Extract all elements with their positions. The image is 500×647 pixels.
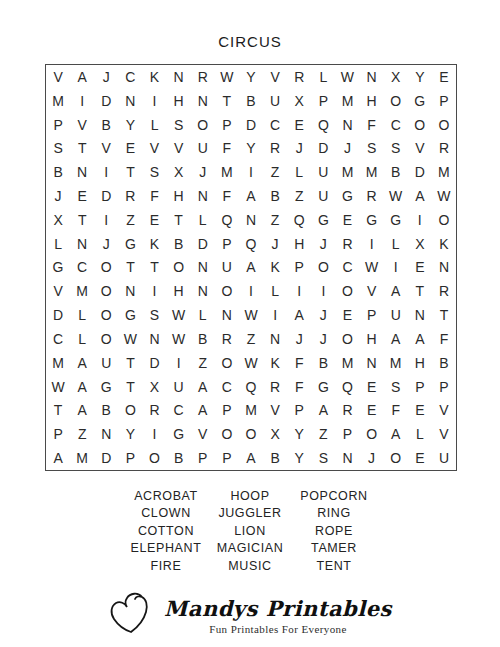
grid-cell-r7c10: Z (263, 208, 287, 232)
grid-cell-r8c13: R (335, 232, 359, 256)
grid-cell-r15c10: V (263, 399, 287, 423)
grid-cell-r8c7: D (191, 232, 215, 256)
grid-cell-r6c17: W (432, 184, 456, 208)
grid-cell-r11c17: T (432, 303, 456, 327)
grid-cell-r14c1: W (46, 375, 70, 399)
grid-cell-r8c14: I (360, 232, 384, 256)
grid-cell-r4c5: V (142, 136, 166, 160)
grid-cell-r14c2: A (70, 375, 94, 399)
grid-cell-r4c15: S (384, 136, 408, 160)
grid-cell-r11c13: E (335, 303, 359, 327)
grid-cell-r6c7: N (191, 184, 215, 208)
grid-cell-r7c2: T (70, 208, 94, 232)
grid-cell-r17c11: Y (287, 446, 311, 470)
word-list-item: HOOP (230, 488, 269, 505)
grid-cell-r11c4: G (118, 303, 142, 327)
grid-cell-r17c9: A (239, 446, 263, 470)
grid-cell-r2c9: B (239, 89, 263, 113)
grid-cell-r16c10: X (263, 422, 287, 446)
grid-cell-r4c1: S (46, 136, 70, 160)
grid-cell-r10c2: M (70, 279, 94, 303)
grid-cell-r13c16: H (408, 351, 432, 375)
grid-cell-r12c4: W (118, 327, 142, 351)
grid-cell-r16c17: V (432, 422, 456, 446)
grid-cell-r5c5: S (142, 160, 166, 184)
grid-cell-r2c11: X (287, 89, 311, 113)
grid-cell-r14c14: E (360, 375, 384, 399)
grid-cell-r3c6: S (167, 113, 191, 137)
grid-cell-r13c2: A (70, 351, 94, 375)
grid-cell-r5c9: I (239, 160, 263, 184)
grid-cell-r14c12: G (311, 375, 335, 399)
grid-cell-r7c9: N (239, 208, 263, 232)
grid-cell-r2c3: D (94, 89, 118, 113)
grid-cell-r17c15: O (384, 446, 408, 470)
grid-cell-r5c11: L (287, 160, 311, 184)
grid-cell-r1c1: V (46, 65, 70, 89)
grid-cell-r1c13: W (335, 65, 359, 89)
grid-cell-r2c4: N (118, 89, 142, 113)
grid-cell-r11c3: O (94, 303, 118, 327)
grid-cell-r6c5: F (142, 184, 166, 208)
grid-cell-r1c11: R (287, 65, 311, 89)
grid-cell-r6c10: B (263, 184, 287, 208)
grid-cell-r14c16: P (408, 375, 432, 399)
grid-cell-r15c7: A (191, 399, 215, 423)
grid-cell-r5c13: M (335, 160, 359, 184)
grid-cell-r17c13: N (335, 446, 359, 470)
grid-cell-r3c12: Q (311, 113, 335, 137)
grid-cell-r17c2: M (70, 446, 94, 470)
word-list-item: CLOWN (141, 505, 191, 522)
grid-cell-r8c17: K (432, 232, 456, 256)
grid-cell-r12c3: O (94, 327, 118, 351)
grid-cell-r4c14: S (360, 136, 384, 160)
grid-cell-r17c16: E (408, 446, 432, 470)
grid-cell-r12c11: J (287, 327, 311, 351)
grid-cell-r8c8: P (215, 232, 239, 256)
grid-cell-r13c17: B (432, 351, 456, 375)
grid-cell-r15c6: C (167, 399, 191, 423)
grid-cell-r6c16: A (408, 184, 432, 208)
grid-cell-r14c4: T (118, 375, 142, 399)
grid-cell-r10c3: O (94, 279, 118, 303)
grid-cell-r3c16: O (408, 113, 432, 137)
grid-cell-r7c17: O (432, 208, 456, 232)
grid-cell-r8c1: L (46, 232, 70, 256)
grid-cell-r14c17: P (432, 375, 456, 399)
grid-cell-r7c11: Q (287, 208, 311, 232)
grid-cell-r12c1: C (46, 327, 70, 351)
grid-cell-r2c17: P (432, 89, 456, 113)
grid-cell-r8c11: H (287, 232, 311, 256)
grid-cell-r6c12: U (311, 184, 335, 208)
grid-cell-r1c10: V (263, 65, 287, 89)
grid-cell-r9c11: P (287, 256, 311, 280)
grid-cell-r7c13: E (335, 208, 359, 232)
grid-cell-r5c3: I (94, 160, 118, 184)
grid-cell-r7c6: T (167, 208, 191, 232)
grid-cell-r13c4: T (118, 351, 142, 375)
grid-cell-r4c3: V (94, 136, 118, 160)
grid-cell-r11c2: L (70, 303, 94, 327)
grid-cell-r16c2: Z (70, 422, 94, 446)
grid-cell-r15c5: R (142, 399, 166, 423)
grid-cell-r9c9: A (239, 256, 263, 280)
grid-cell-r3c14: F (360, 113, 384, 137)
grid-cell-r9c10: K (263, 256, 287, 280)
grid-cell-r15c11: P (287, 399, 311, 423)
grid-cell-r2c6: H (167, 89, 191, 113)
grid-cell-r11c11: A (287, 303, 311, 327)
grid-cell-r8c15: L (384, 232, 408, 256)
word-list-item: ROPE (315, 523, 353, 540)
grid-cell-r15c9: M (239, 399, 263, 423)
grid-cell-r16c8: O (215, 422, 239, 446)
grid-cell-r6c14: R (360, 184, 384, 208)
grid-cell-r15c15: F (384, 399, 408, 423)
grid-cell-r12c12: J (311, 327, 335, 351)
grid-cell-r9c17: N (432, 256, 456, 280)
grid-cell-r13c6: I (167, 351, 191, 375)
word-list-item: TAMER (311, 540, 357, 557)
grid-cell-r14c15: S (384, 375, 408, 399)
grid-cell-r10c13: O (335, 279, 359, 303)
grid-cell-r4c9: Y (239, 136, 263, 160)
word-list-item: RING (317, 505, 351, 522)
grid-cell-r13c11: F (287, 351, 311, 375)
grid-cell-r3c2: V (70, 113, 94, 137)
grid-cell-r4c12: D (311, 136, 335, 160)
grid-cell-r11c9: W (239, 303, 263, 327)
grid-cell-r9c5: T (142, 256, 166, 280)
grid-cell-r12c17: F (432, 327, 456, 351)
word-list-item: LION (234, 523, 266, 540)
grid-cell-r1c16: Y (408, 65, 432, 89)
grid-cell-r16c14: O (360, 422, 384, 446)
grid-cell-r5c4: T (118, 160, 142, 184)
grid-cell-r15c14: E (360, 399, 384, 423)
grid-cell-r17c5: O (142, 446, 166, 470)
grid-cell-r6c8: F (215, 184, 239, 208)
grid-cell-r9c6: O (167, 256, 191, 280)
grid-cell-r1c6: N (167, 65, 191, 89)
grid-cell-r4c4: E (118, 136, 142, 160)
grid-cell-r13c7: Z (191, 351, 215, 375)
grid-cell-r13c15: M (384, 351, 408, 375)
grid-cell-r6c13: G (335, 184, 359, 208)
grid-cell-r9c8: U (215, 256, 239, 280)
grid-cell-r7c4: Z (118, 208, 142, 232)
grid-cell-r10c5: I (142, 279, 166, 303)
grid-cell-r8c4: G (118, 232, 142, 256)
grid-cell-r12c2: L (70, 327, 94, 351)
grid-cell-r5c6: X (167, 160, 191, 184)
grid-cell-r4c6: V (167, 136, 191, 160)
grid-cell-r4c10: R (263, 136, 287, 160)
grid-cell-r15c4: O (118, 399, 142, 423)
word-list: ACROBATCLOWNCOTTONELEPHANTFIREHOOPJUGGLE… (0, 488, 500, 575)
grid-cell-r17c4: P (118, 446, 142, 470)
grid-cell-r6c6: H (167, 184, 191, 208)
grid-cell-r9c14: W (360, 256, 384, 280)
grid-cell-r17c1: A (46, 446, 70, 470)
grid-cell-r17c10: B (263, 446, 287, 470)
grid-cell-r11c12: J (311, 303, 335, 327)
grid-cell-r9c2: C (70, 256, 94, 280)
grid-cell-r8c3: J (94, 232, 118, 256)
grid-cell-r3c7: O (191, 113, 215, 137)
grid-cell-r3c4: Y (118, 113, 142, 137)
grid-cell-r15c16: E (408, 399, 432, 423)
grid-cell-r17c14: J (360, 446, 384, 470)
grid-cell-r3c10: C (263, 113, 287, 137)
grid-cell-r8c2: N (70, 232, 94, 256)
grid-cell-r6c2: E (70, 184, 94, 208)
grid-cell-r12c7: B (191, 327, 215, 351)
grid-cell-r13c3: U (94, 351, 118, 375)
grid-cell-r1c2: A (70, 65, 94, 89)
grid-cell-r11c14: P (360, 303, 384, 327)
grid-cell-r7c1: X (46, 208, 70, 232)
grid-cell-r14c8: C (215, 375, 239, 399)
grid-cell-r2c13: M (335, 89, 359, 113)
grid-cell-r16c3: N (94, 422, 118, 446)
grid-cell-r1c5: K (142, 65, 166, 89)
grid-cell-r10c4: N (118, 279, 142, 303)
grid-cell-r17c12: S (311, 446, 335, 470)
puzzle-title: CIRCUS (0, 33, 500, 50)
grid-cell-r1c14: N (360, 65, 384, 89)
brand-text-block: Mandys Printables Fun Printables For Eve… (164, 597, 392, 635)
grid-cell-r10c6: H (167, 279, 191, 303)
grid-cell-r11c10: I (263, 303, 287, 327)
word-list-item: ACROBAT (134, 488, 198, 505)
grid-cell-r12c14: H (360, 327, 384, 351)
grid-cell-r1c3: J (94, 65, 118, 89)
grid-cell-r1c12: L (311, 65, 335, 89)
grid-cell-r3c11: E (287, 113, 311, 137)
grid-cell-r1c9: Y (239, 65, 263, 89)
grid-cell-r10c10: L (263, 279, 287, 303)
grid-cell-r10c7: N (191, 279, 215, 303)
grid-cell-r5c14: M (360, 160, 384, 184)
grid-cell-r1c8: W (215, 65, 239, 89)
grid-cell-r2c5: I (142, 89, 166, 113)
grid-cell-r4c7: U (191, 136, 215, 160)
grid-cell-r8c12: J (311, 232, 335, 256)
grid-cell-r15c1: T (46, 399, 70, 423)
grid-cell-r13c10: K (263, 351, 287, 375)
grid-cell-r9c7: N (191, 256, 215, 280)
grid-cell-r1c17: E (432, 65, 456, 89)
grid-cell-r9c16: E (408, 256, 432, 280)
grid-cell-r7c16: I (408, 208, 432, 232)
grid-cell-r11c16: N (408, 303, 432, 327)
grid-cell-r5c17: M (432, 160, 456, 184)
grid-cell-r10c17: R (432, 279, 456, 303)
word-list-item: ELEPHANT (131, 540, 202, 557)
grid-cell-r14c7: A (191, 375, 215, 399)
grid-cell-r13c9: W (239, 351, 263, 375)
grid-cell-r7c15: G (384, 208, 408, 232)
word-list-item: COTTON (138, 523, 194, 540)
grid-cell-r17c7: P (191, 446, 215, 470)
grid-cell-r6c9: A (239, 184, 263, 208)
grid-cell-r7c12: G (311, 208, 335, 232)
word-search-grid: VAJCKNRWYVRLWNXYEMIDNIHNTBUXPMHOGPPVBYLS… (45, 64, 457, 471)
grid-cell-r3c5: L (142, 113, 166, 137)
grid-cell-r13c14: N (360, 351, 384, 375)
grid-cell-r10c1: V (46, 279, 70, 303)
grid-cell-r11c15: U (384, 303, 408, 327)
grid-cell-r12c10: N (263, 327, 287, 351)
grid-cell-r12c5: N (142, 327, 166, 351)
grid-cell-r3c13: N (335, 113, 359, 137)
grid-cell-r15c8: P (215, 399, 239, 423)
grid-cell-r16c4: Y (118, 422, 142, 446)
grid-cell-r3c17: O (432, 113, 456, 137)
grid-cell-r2c2: I (70, 89, 94, 113)
grid-cell-r15c12: A (311, 399, 335, 423)
grid-cell-r3c15: C (384, 113, 408, 137)
grid-cell-r9c13: C (335, 256, 359, 280)
grid-cell-r16c11: Y (287, 422, 311, 446)
grid-cell-r3c8: P (215, 113, 239, 137)
grid-cell-r1c7: R (191, 65, 215, 89)
grid-cell-r5c10: Z (263, 160, 287, 184)
grid-cell-r17c8: P (215, 446, 239, 470)
grid-cell-r7c14: G (360, 208, 384, 232)
grid-cell-r10c15: A (384, 279, 408, 303)
heart-icon (108, 590, 160, 640)
grid-cell-r10c16: T (408, 279, 432, 303)
grid-cell-r13c12: B (311, 351, 335, 375)
grid-cell-r16c5: I (142, 422, 166, 446)
grid-cell-r9c1: G (46, 256, 70, 280)
word-list-item: MAGICIAN (217, 540, 284, 557)
grid-cell-r16c12: Z (311, 422, 335, 446)
grid-cell-r2c16: G (408, 89, 432, 113)
grid-cell-r14c5: X (142, 375, 166, 399)
grid-cell-r6c1: J (46, 184, 70, 208)
grid-cell-r16c1: P (46, 422, 70, 446)
grid-cell-r12c9: Z (239, 327, 263, 351)
grid-cell-r9c15: I (384, 256, 408, 280)
grid-cell-r2c1: M (46, 89, 70, 113)
grid-cell-r6c11: Z (287, 184, 311, 208)
grid-cell-r15c3: B (94, 399, 118, 423)
grid-cell-r7c5: E (142, 208, 166, 232)
grid-cell-r15c17: V (432, 399, 456, 423)
grid-cell-r2c8: T (215, 89, 239, 113)
word-list-item: MUSIC (228, 558, 271, 575)
grid-cell-r7c7: L (191, 208, 215, 232)
grid-cell-r16c15: A (384, 422, 408, 446)
grid-cell-r3c9: D (239, 113, 263, 137)
grid-cell-r16c6: G (167, 422, 191, 446)
grid-cell-r12c15: A (384, 327, 408, 351)
grid-cell-r16c13: P (335, 422, 359, 446)
grid-cell-r13c5: D (142, 351, 166, 375)
grid-cell-r10c14: V (360, 279, 384, 303)
grid-cell-r4c16: V (408, 136, 432, 160)
grid-cell-r11c1: D (46, 303, 70, 327)
grid-cell-r17c17: U (432, 446, 456, 470)
grid-cell-r2c14: H (360, 89, 384, 113)
grid-cell-r4c8: F (215, 136, 239, 160)
grid-cell-r6c4: R (118, 184, 142, 208)
grid-cell-r2c10: U (263, 89, 287, 113)
grid-cell-r16c9: O (239, 422, 263, 446)
grid-cell-r8c5: K (142, 232, 166, 256)
grid-cell-r13c1: M (46, 351, 70, 375)
grid-cell-r17c3: D (94, 446, 118, 470)
brand-tagline: Fun Printables For Everyone (209, 623, 347, 635)
grid-cell-r12c16: A (408, 327, 432, 351)
word-list-column-3: POPCORNRINGROPETAMERTENT (292, 488, 376, 575)
grid-cell-r15c2: A (70, 399, 94, 423)
grid-cell-r5c12: U (311, 160, 335, 184)
grid-cell-r6c15: W (384, 184, 408, 208)
worksheet-page: CIRCUS VAJCKNRWYVRLWNXYEMIDNIHNTBUXPMHOG… (0, 0, 500, 647)
grid-cell-r14c13: Q (335, 375, 359, 399)
grid-cell-r8c10: J (263, 232, 287, 256)
grid-cell-r6c3: D (94, 184, 118, 208)
grid-cell-r13c8: O (215, 351, 239, 375)
brand-name: Mandys Printables (164, 597, 392, 621)
grid-cell-r11c5: S (142, 303, 166, 327)
grid-cell-r10c9: I (239, 279, 263, 303)
grid-cell-r14c10: R (263, 375, 287, 399)
grid-cell-r10c11: I (287, 279, 311, 303)
grid-cell-r15c13: R (335, 399, 359, 423)
grid-cell-r4c11: J (287, 136, 311, 160)
word-list-item: JUGGLER (218, 505, 281, 522)
grid-cell-r14c3: G (94, 375, 118, 399)
grid-cell-r9c12: O (311, 256, 335, 280)
grid-cell-r7c3: I (94, 208, 118, 232)
grid-cell-r5c1: B (46, 160, 70, 184)
grid-cell-r5c2: N (70, 160, 94, 184)
word-list-column-1: ACROBATCLOWNCOTTONELEPHANTFIRE (124, 488, 208, 575)
grid-cell-r16c7: V (191, 422, 215, 446)
grid-cell-r4c2: T (70, 136, 94, 160)
grid-cell-r3c3: B (94, 113, 118, 137)
grid-cell-r5c15: B (384, 160, 408, 184)
grid-cell-r2c7: N (191, 89, 215, 113)
grid-cell-r14c9: Q (239, 375, 263, 399)
word-list-item: POPCORN (300, 488, 367, 505)
grid-cell-r4c13: J (335, 136, 359, 160)
word-list-item: FIRE (151, 558, 182, 575)
grid-cell-r8c16: X (408, 232, 432, 256)
grid-cell-r5c16: D (408, 160, 432, 184)
word-list-item: TENT (316, 558, 351, 575)
grid-cell-r4c17: R (432, 136, 456, 160)
grid-cell-r1c15: X (384, 65, 408, 89)
grid-cell-r8c9: Q (239, 232, 263, 256)
grid-cell-r11c8: N (215, 303, 239, 327)
grid-cell-r16c16: L (408, 422, 432, 446)
grid-cell-r13c13: M (335, 351, 359, 375)
grid-cell-r5c8: M (215, 160, 239, 184)
grid-cell-r17c6: B (167, 446, 191, 470)
brand-footer: Mandys Printables Fun Printables For Eve… (0, 592, 500, 640)
grid-cell-r14c11: F (287, 375, 311, 399)
grid-cell-r11c7: L (191, 303, 215, 327)
grid-cell-r12c13: O (335, 327, 359, 351)
